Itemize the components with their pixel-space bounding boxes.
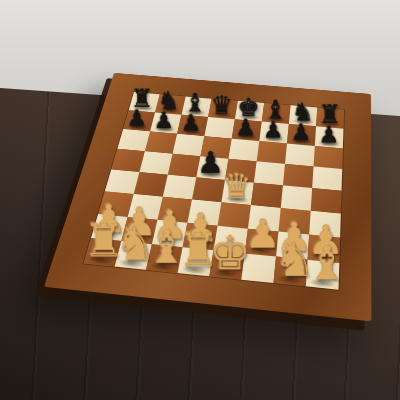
square-c1[interactable]: ♝ — [146, 244, 183, 273]
square-e5[interactable] — [225, 159, 257, 183]
piece-shadow — [318, 139, 340, 147]
square-g8[interactable]: ♞ — [289, 105, 317, 126]
square-b4[interactable] — [134, 172, 168, 197]
square-g1[interactable]: ♞ — [273, 257, 307, 287]
square-b7[interactable]: ♟ — [150, 112, 181, 133]
square-h6[interactable] — [314, 146, 343, 169]
piece-shadow — [88, 255, 114, 265]
square-f8[interactable]: ♝ — [262, 103, 291, 124]
square-e1[interactable]: ♚ — [209, 250, 244, 279]
square-f3[interactable] — [248, 205, 281, 232]
square-c7[interactable]: ♟ — [177, 115, 208, 136]
square-d1[interactable]: ♜ — [178, 247, 214, 276]
square-g7[interactable]: ♟ — [287, 124, 316, 146]
square-f6[interactable] — [257, 141, 287, 164]
piece-shadow — [200, 170, 223, 178]
square-g2[interactable]: ♟ — [276, 232, 309, 260]
square-d7[interactable] — [204, 117, 235, 139]
piece-shadow — [153, 125, 175, 133]
piece-shadow — [119, 258, 145, 268]
piece-shadow — [158, 106, 179, 113]
square-d4[interactable] — [192, 177, 225, 202]
square-d3[interactable] — [187, 199, 221, 225]
square-e7[interactable]: ♟ — [232, 119, 262, 141]
square-f7[interactable]: ♟ — [259, 122, 289, 144]
square-h8[interactable]: ♜ — [316, 108, 344, 129]
square-b3[interactable] — [128, 194, 163, 220]
piece-shadow — [280, 248, 304, 258]
square-d2[interactable]: ♟ — [183, 223, 218, 251]
piece-shadow — [263, 135, 285, 143]
square-f1[interactable] — [241, 253, 276, 282]
piece-shadow — [182, 265, 207, 275]
square-g6[interactable] — [285, 143, 315, 166]
chessboard: ♜♞♝♛♚♝♞♜♟♟♟♟♟♟♟♟♛♟♟♟♟♟♟♟♜♞♝♜♚♞♝ — [84, 92, 344, 290]
square-d8[interactable]: ♛ — [208, 99, 238, 120]
square-b5[interactable] — [139, 151, 172, 174]
piece-shadow — [185, 109, 206, 116]
square-d5[interactable]: ♟ — [196, 156, 228, 180]
square-a5[interactable] — [111, 149, 145, 172]
square-e2[interactable] — [214, 226, 248, 254]
piece-shadow — [290, 137, 312, 145]
square-e8[interactable]: ♚ — [235, 101, 264, 122]
square-h1[interactable]: ♝ — [306, 260, 339, 290]
square-e3[interactable] — [218, 202, 251, 228]
piece-shadow — [150, 261, 176, 271]
square-g4[interactable] — [281, 185, 312, 210]
square-f2[interactable]: ♟ — [245, 229, 279, 257]
square-g5[interactable] — [283, 164, 314, 188]
square-h7[interactable]: ♟ — [315, 126, 344, 148]
piece-shadow — [310, 278, 335, 289]
square-c4[interactable] — [163, 175, 197, 200]
piece-shadow — [225, 195, 248, 204]
scene: ♜♞♝♛♚♝♞♜♟♟♟♟♟♟♟♟♛♟♟♟♟♟♟♟♜♞♝♜♚♞♝ — [0, 0, 400, 400]
piece-shadow — [277, 274, 302, 285]
square-f5[interactable] — [254, 161, 285, 185]
square-c3[interactable] — [157, 197, 192, 223]
square-h2[interactable]: ♟ — [308, 235, 341, 263]
square-e6[interactable] — [228, 139, 259, 162]
piece-shadow — [213, 268, 238, 278]
square-c8[interactable]: ♝ — [181, 96, 211, 117]
square-h3[interactable] — [309, 211, 341, 238]
square-f4[interactable] — [251, 183, 283, 208]
square-c5[interactable] — [168, 154, 201, 178]
square-d6[interactable] — [200, 136, 231, 159]
square-h5[interactable] — [312, 166, 342, 190]
square-c2[interactable]: ♟ — [152, 220, 188, 247]
piece-shadow — [132, 104, 153, 111]
square-e4[interactable]: ♛ — [221, 180, 253, 205]
square-h4[interactable] — [311, 188, 342, 214]
square-g3[interactable] — [278, 208, 310, 235]
square-c6[interactable] — [173, 134, 205, 156]
